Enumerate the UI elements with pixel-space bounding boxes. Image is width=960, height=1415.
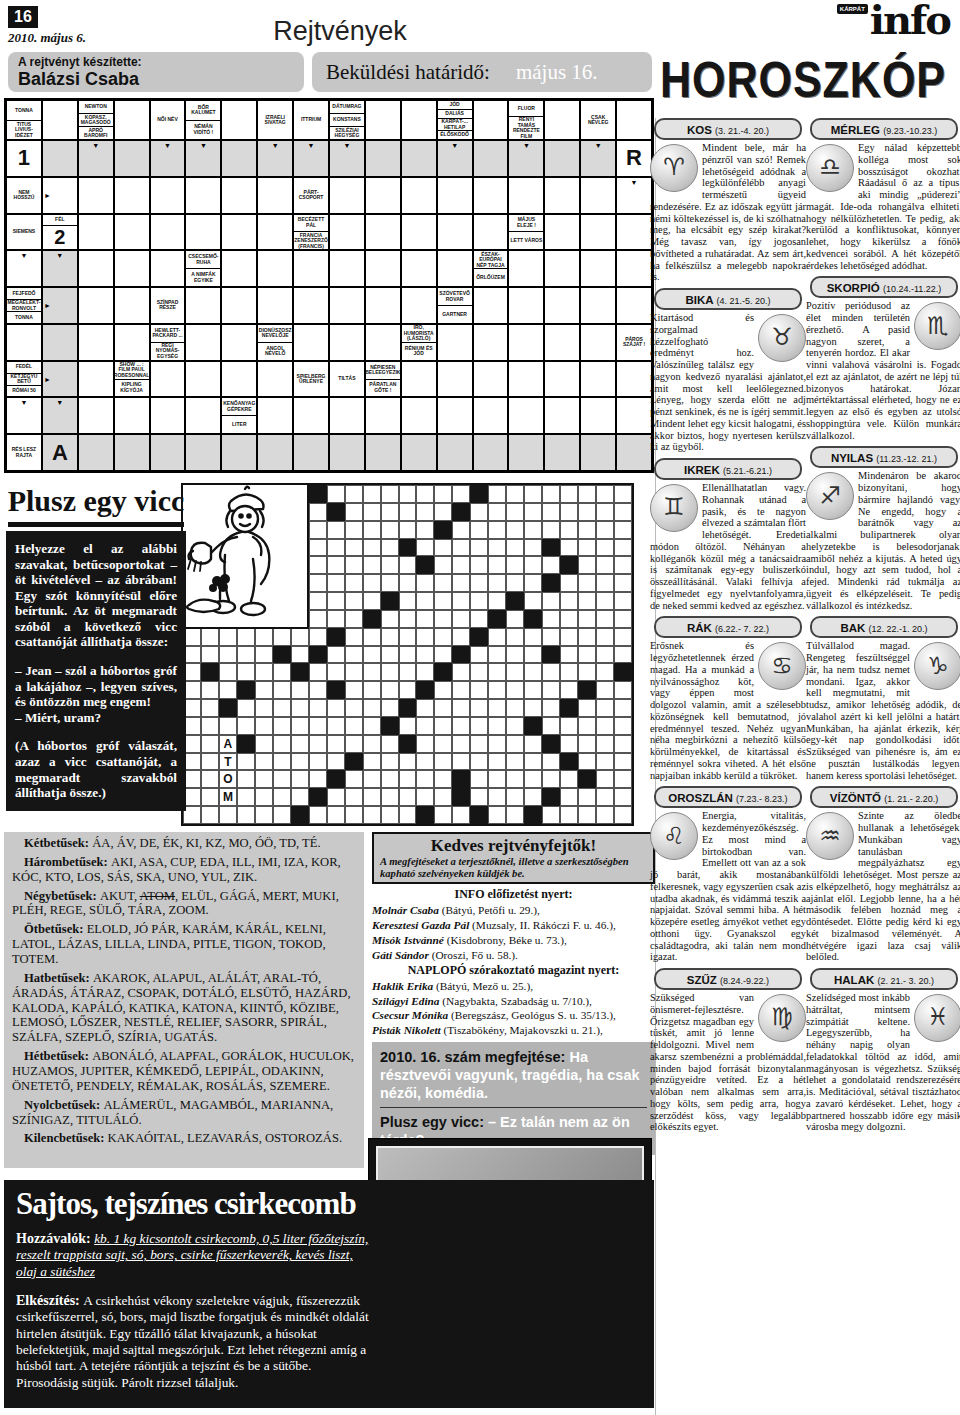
crossword-answer-cell[interactable]	[401, 140, 437, 177]
crossword-answer-cell[interactable]	[78, 324, 114, 361]
fillin-empty-cell[interactable]	[614, 699, 632, 717]
fillin-empty-cell[interactable]	[416, 646, 434, 664]
fillin-empty-cell[interactable]	[560, 628, 578, 646]
fillin-empty-cell[interactable]	[273, 735, 291, 753]
fillin-empty-cell[interactable]	[201, 806, 219, 824]
crossword-answer-cell[interactable]	[257, 434, 293, 471]
fillin-empty-cell[interactable]	[255, 770, 273, 788]
fillin-empty-cell[interactable]	[452, 628, 470, 646]
fillin-empty-cell[interactable]	[291, 717, 309, 735]
fillin-empty-cell[interactable]	[416, 753, 434, 771]
crossword-answer-cell[interactable]	[544, 250, 580, 287]
fillin-empty-cell[interactable]	[327, 699, 345, 717]
fillin-empty-cell[interactable]	[381, 646, 399, 664]
fillin-empty-cell[interactable]	[237, 753, 255, 771]
fillin-empty-cell[interactable]	[327, 574, 345, 592]
crossword-answer-cell[interactable]: ►	[42, 177, 78, 214]
fillin-empty-cell[interactable]	[381, 788, 399, 806]
fillin-empty-cell[interactable]	[524, 539, 542, 557]
fillin-empty-cell[interactable]	[201, 788, 219, 806]
crossword-answer-cell[interactable]	[473, 324, 509, 361]
fillin-empty-cell[interactable]	[542, 592, 560, 610]
fillin-empty-cell[interactable]	[596, 539, 614, 557]
fillin-empty-cell[interactable]	[273, 717, 291, 735]
crossword-answer-cell[interactable]: ▼	[150, 140, 186, 177]
crossword-answer-cell[interactable]	[185, 361, 221, 398]
crossword-answer-cell[interactable]	[473, 397, 509, 434]
crossword-answer-cell[interactable]	[437, 214, 473, 251]
fillin-empty-cell[interactable]	[578, 574, 596, 592]
fillin-empty-cell[interactable]	[560, 503, 578, 521]
fillin-empty-cell[interactable]	[542, 681, 560, 699]
fillin-empty-cell[interactable]	[488, 806, 506, 824]
crossword-answer-cell[interactable]	[580, 434, 616, 471]
fillin-empty-cell[interactable]	[399, 556, 417, 574]
fillin-empty-cell[interactable]	[399, 717, 417, 735]
fillin-empty-cell[interactable]	[506, 574, 524, 592]
crossword-solution-letter-cell[interactable]: R	[616, 140, 652, 177]
fillin-empty-cell[interactable]	[309, 521, 327, 539]
fillin-empty-cell[interactable]	[381, 556, 399, 574]
fillin-empty-cell[interactable]	[524, 699, 542, 717]
crossword-answer-cell[interactable]	[78, 214, 114, 251]
crossword-answer-cell[interactable]	[616, 434, 652, 471]
crossword-answer-cell[interactable]	[221, 214, 257, 251]
fillin-empty-cell[interactable]	[291, 788, 309, 806]
fillin-empty-cell[interactable]	[237, 806, 255, 824]
fillin-empty-cell[interactable]	[506, 628, 524, 646]
fillin-empty-cell[interactable]	[416, 788, 434, 806]
fillin-empty-cell[interactable]	[578, 699, 596, 717]
crossword-answer-cell[interactable]	[329, 397, 365, 434]
crossword-answer-cell[interactable]	[580, 324, 616, 361]
fillin-empty-cell[interactable]	[596, 735, 614, 753]
fillin-empty-cell[interactable]	[470, 574, 488, 592]
crossword-answer-cell[interactable]	[150, 250, 186, 287]
crossword-answer-cell[interactable]	[78, 250, 114, 287]
crossword-answer-cell[interactable]: ►	[42, 361, 78, 398]
fillin-empty-cell[interactable]	[614, 717, 632, 735]
crossword-answer-cell[interactable]	[580, 361, 616, 398]
crossword-answer-cell[interactable]	[221, 140, 257, 177]
fillin-empty-cell[interactable]	[345, 681, 363, 699]
crossword-answer-cell[interactable]: ▼	[6, 397, 42, 434]
crossword-answer-cell[interactable]	[114, 324, 150, 361]
fillin-empty-cell[interactable]	[470, 753, 488, 771]
crossword-answer-cell[interactable]	[580, 214, 616, 251]
fillin-empty-cell[interactable]	[506, 521, 524, 539]
fillin-empty-cell[interactable]	[273, 681, 291, 699]
crossword-answer-cell[interactable]	[544, 140, 580, 177]
fillin-empty-cell[interactable]	[488, 735, 506, 753]
fillin-empty-cell[interactable]	[381, 610, 399, 628]
fillin-empty-cell[interactable]	[345, 556, 363, 574]
fillin-empty-cell[interactable]	[470, 663, 488, 681]
fillin-empty-cell[interactable]	[309, 663, 327, 681]
fillin-empty-cell[interactable]	[363, 699, 381, 717]
fillin-empty-cell[interactable]	[381, 663, 399, 681]
fillin-empty-cell[interactable]	[578, 717, 596, 735]
fillin-empty-cell[interactable]	[416, 610, 434, 628]
fillin-empty-cell[interactable]	[560, 663, 578, 681]
crossword-answer-cell[interactable]	[544, 324, 580, 361]
fillin-empty-cell[interactable]	[524, 485, 542, 503]
fillin-empty-cell[interactable]	[363, 770, 381, 788]
fillin-empty-cell[interactable]	[524, 592, 542, 610]
crossword-answer-cell[interactable]	[114, 140, 150, 177]
fillin-empty-cell[interactable]	[506, 485, 524, 503]
crossword-answer-cell[interactable]	[437, 177, 473, 214]
fillin-empty-cell[interactable]	[327, 592, 345, 610]
fillin-empty-cell[interactable]	[452, 699, 470, 717]
fillin-empty-cell[interactable]	[560, 610, 578, 628]
fillin-empty-cell[interactable]	[452, 663, 470, 681]
fillin-empty-cell[interactable]	[381, 699, 399, 717]
crossword-answer-cell[interactable]	[365, 214, 401, 251]
fillin-empty-cell[interactable]	[345, 770, 363, 788]
fillin-empty-cell[interactable]	[327, 646, 345, 664]
fillin-empty-cell[interactable]	[614, 770, 632, 788]
fillin-empty-cell[interactable]	[309, 735, 327, 753]
fillin-empty-cell[interactable]	[524, 681, 542, 699]
fillin-empty-cell[interactable]	[488, 681, 506, 699]
fillin-empty-cell[interactable]	[578, 539, 596, 557]
crossword-answer-cell[interactable]	[257, 287, 293, 324]
fillin-empty-cell[interactable]	[363, 574, 381, 592]
crossword-answer-cell[interactable]	[401, 214, 437, 251]
fillin-empty-cell[interactable]	[327, 788, 345, 806]
crossword-answer-cell[interactable]	[473, 100, 509, 140]
crossword-answer-cell[interactable]	[42, 140, 78, 177]
fillin-empty-cell[interactable]	[596, 770, 614, 788]
fillin-empty-cell[interactable]	[506, 610, 524, 628]
crossword-answer-cell[interactable]	[616, 250, 652, 287]
fillin-empty-cell[interactable]	[524, 753, 542, 771]
fillin-empty-cell[interactable]	[416, 628, 434, 646]
fillin-empty-cell[interactable]	[399, 753, 417, 771]
fillin-empty-cell[interactable]	[452, 592, 470, 610]
fillin-empty-cell[interactable]	[399, 485, 417, 503]
fillin-empty-cell[interactable]	[237, 699, 255, 717]
fillin-empty-cell[interactable]	[327, 717, 345, 735]
fillin-empty-cell[interactable]	[578, 628, 596, 646]
crossword-answer-cell[interactable]	[257, 250, 293, 287]
fillin-empty-cell[interactable]	[488, 628, 506, 646]
crossword-answer-cell[interactable]	[78, 361, 114, 398]
crossword-answer-cell[interactable]	[473, 140, 509, 177]
fillin-empty-cell[interactable]	[273, 699, 291, 717]
fillin-empty-cell[interactable]	[345, 646, 363, 664]
fillin-empty-cell[interactable]	[596, 610, 614, 628]
crossword-answer-cell[interactable]	[473, 177, 509, 214]
fillin-empty-cell[interactable]	[506, 770, 524, 788]
fillin-empty-cell[interactable]	[237, 788, 255, 806]
fillin-empty-cell[interactable]	[596, 717, 614, 735]
fillin-empty-cell[interactable]	[381, 735, 399, 753]
crossword-answer-cell[interactable]	[365, 177, 401, 214]
fillin-empty-cell[interactable]	[578, 753, 596, 771]
fillin-empty-cell[interactable]	[488, 592, 506, 610]
fillin-empty-cell[interactable]	[345, 735, 363, 753]
fillin-empty-cell[interactable]	[255, 681, 273, 699]
fillin-empty-cell[interactable]	[596, 592, 614, 610]
fillin-empty-cell[interactable]	[255, 646, 273, 664]
fillin-empty-cell[interactable]	[524, 646, 542, 664]
fillin-empty-cell[interactable]	[488, 646, 506, 664]
crossword-answer-cell[interactable]	[473, 434, 509, 471]
fillin-empty-cell[interactable]	[614, 610, 632, 628]
crossword-answer-cell[interactable]	[221, 250, 257, 287]
crossword-answer-cell[interactable]	[473, 361, 509, 398]
crossword-answer-cell[interactable]	[508, 287, 544, 324]
fillin-empty-cell[interactable]	[399, 663, 417, 681]
fillin-empty-cell[interactable]	[452, 735, 470, 753]
fillin-empty-cell[interactable]	[381, 753, 399, 771]
fillin-empty-cell[interactable]	[399, 503, 417, 521]
fillin-empty-cell[interactable]	[524, 521, 542, 539]
fillin-empty-cell[interactable]	[578, 735, 596, 753]
fillin-empty-cell[interactable]	[309, 699, 327, 717]
fillin-empty-cell[interactable]	[524, 556, 542, 574]
crossword-answer-cell[interactable]	[544, 177, 580, 214]
crossword-answer-cell[interactable]	[185, 214, 221, 251]
fillin-empty-cell[interactable]	[470, 556, 488, 574]
fillin-empty-cell[interactable]	[488, 503, 506, 521]
crossword-answer-cell[interactable]	[293, 250, 329, 287]
crossword-answer-cell[interactable]	[257, 214, 293, 251]
fillin-empty-cell[interactable]	[434, 539, 452, 557]
fillin-empty-cell[interactable]	[416, 717, 434, 735]
fillin-empty-cell[interactable]	[560, 485, 578, 503]
crossword-answer-cell[interactable]: ▼	[78, 140, 114, 177]
crossword-answer-cell[interactable]	[185, 177, 221, 214]
crossword-answer-cell[interactable]	[365, 397, 401, 434]
crossword-answer-cell[interactable]	[580, 177, 616, 214]
crossword-answer-cell[interactable]	[293, 324, 329, 361]
crossword-answer-cell[interactable]	[293, 397, 329, 434]
fillin-empty-cell[interactable]	[506, 646, 524, 664]
crossword-answer-cell[interactable]	[150, 361, 186, 398]
fillin-empty-cell[interactable]	[488, 521, 506, 539]
fillin-empty-cell[interactable]	[578, 646, 596, 664]
crossword-answer-cell[interactable]	[42, 324, 78, 361]
fillin-empty-cell[interactable]	[363, 592, 381, 610]
fillin-empty-cell[interactable]	[434, 806, 452, 824]
crossword-answer-cell[interactable]	[401, 434, 437, 471]
crossword-answer-cell[interactable]	[401, 177, 437, 214]
fillin-empty-cell[interactable]	[363, 556, 381, 574]
fillin-empty-cell[interactable]	[470, 610, 488, 628]
crossword-answer-cell[interactable]	[437, 361, 473, 398]
fillin-empty-cell[interactable]	[399, 521, 417, 539]
fillin-empty-cell[interactable]	[506, 788, 524, 806]
crossword-answer-cell[interactable]	[365, 287, 401, 324]
fillin-empty-cell[interactable]	[488, 556, 506, 574]
fillin-empty-cell[interactable]	[363, 717, 381, 735]
fillin-empty-cell[interactable]	[363, 735, 381, 753]
fillin-empty-cell[interactable]	[434, 646, 452, 664]
fillin-empty-cell[interactable]	[201, 717, 219, 735]
fillin-empty-cell[interactable]	[255, 735, 273, 753]
fillin-empty-cell[interactable]	[309, 717, 327, 735]
fillin-empty-cell[interactable]	[345, 663, 363, 681]
fillin-empty-cell[interactable]	[452, 521, 470, 539]
fillin-empty-cell[interactable]	[470, 681, 488, 699]
fillin-empty-cell[interactable]	[327, 521, 345, 539]
fillin-empty-cell[interactable]	[201, 681, 219, 699]
fillin-empty-cell[interactable]	[416, 485, 434, 503]
fillin-empty-cell[interactable]	[596, 699, 614, 717]
crossword-answer-cell[interactable]	[42, 100, 78, 140]
fillin-empty-cell[interactable]	[219, 663, 237, 681]
fillin-empty-cell[interactable]	[345, 717, 363, 735]
fillin-empty-cell[interactable]	[614, 753, 632, 771]
crossword-answer-cell[interactable]	[365, 100, 401, 140]
fillin-empty-cell[interactable]	[434, 681, 452, 699]
crossword-answer-cell[interactable]	[329, 250, 365, 287]
fillin-empty-cell[interactable]	[309, 556, 327, 574]
fillin-empty-cell[interactable]	[506, 503, 524, 521]
fillin-empty-cell[interactable]	[614, 485, 632, 503]
fillin-empty-cell[interactable]	[434, 592, 452, 610]
fillin-empty-cell[interactable]	[399, 788, 417, 806]
fillin-empty-cell[interactable]	[327, 485, 345, 503]
fillin-empty-cell[interactable]	[452, 806, 470, 824]
crossword-answer-cell[interactable]	[508, 397, 544, 434]
fillin-empty-cell[interactable]	[237, 717, 255, 735]
fillin-empty-cell[interactable]	[363, 485, 381, 503]
crossword-answer-cell[interactable]	[437, 250, 473, 287]
crossword-answer-cell[interactable]	[329, 177, 365, 214]
crossword-answer-cell[interactable]	[437, 434, 473, 471]
fillin-empty-cell[interactable]	[345, 503, 363, 521]
fillin-empty-cell[interactable]	[596, 521, 614, 539]
fillin-empty-cell[interactable]	[506, 539, 524, 557]
crossword-answer-cell[interactable]: ▼	[437, 140, 473, 177]
fillin-empty-cell[interactable]	[488, 788, 506, 806]
fillin-empty-cell[interactable]	[273, 770, 291, 788]
fillin-empty-cell[interactable]	[416, 735, 434, 753]
fillin-empty-cell[interactable]	[416, 699, 434, 717]
crossword-solution-letter-cell[interactable]: 1	[6, 140, 42, 177]
fillin-empty-cell[interactable]	[542, 770, 560, 788]
crossword-answer-cell[interactable]	[401, 361, 437, 398]
fillin-empty-cell[interactable]	[506, 663, 524, 681]
fillin-empty-cell[interactable]	[578, 663, 596, 681]
crossword-answer-cell[interactable]	[257, 397, 293, 434]
crossword-answer-cell[interactable]	[150, 397, 186, 434]
crossword-answer-cell[interactable]	[221, 177, 257, 214]
crossword-answer-cell[interactable]	[6, 324, 42, 361]
fillin-empty-cell[interactable]	[596, 485, 614, 503]
fillin-letter-cell[interactable]: A	[219, 735, 237, 753]
crossword-answer-cell[interactable]	[257, 361, 293, 398]
fillin-empty-cell[interactable]	[542, 521, 560, 539]
crossword-answer-cell[interactable]	[365, 324, 401, 361]
fillin-empty-cell[interactable]	[488, 539, 506, 557]
fillin-empty-cell[interactable]	[470, 788, 488, 806]
fillin-empty-cell[interactable]	[237, 770, 255, 788]
fillin-empty-cell[interactable]	[524, 574, 542, 592]
fillin-empty-cell[interactable]	[399, 574, 417, 592]
fillin-empty-cell[interactable]	[614, 521, 632, 539]
crossword-answer-cell[interactable]	[293, 287, 329, 324]
fillin-empty-cell[interactable]	[488, 485, 506, 503]
crossword-answer-cell[interactable]: ▼	[257, 140, 293, 177]
fillin-empty-cell[interactable]	[363, 663, 381, 681]
crossword-answer-cell[interactable]	[114, 397, 150, 434]
fillin-empty-cell[interactable]	[416, 521, 434, 539]
fillin-empty-cell[interactable]	[614, 539, 632, 557]
crossword-answer-cell[interactable]	[114, 287, 150, 324]
crossword-answer-cell[interactable]	[365, 140, 401, 177]
crossword-answer-cell[interactable]	[78, 434, 114, 471]
fillin-empty-cell[interactable]	[542, 503, 560, 521]
fillin-empty-cell[interactable]	[273, 806, 291, 824]
fillin-empty-cell[interactable]	[201, 646, 219, 664]
fillin-empty-cell[interactable]	[291, 753, 309, 771]
fillin-empty-cell[interactable]	[614, 806, 632, 824]
fillin-letter-cell[interactable]: T	[219, 753, 237, 771]
fillin-empty-cell[interactable]	[488, 717, 506, 735]
fillin-empty-cell[interactable]	[291, 699, 309, 717]
crossword-answer-cell[interactable]	[150, 177, 186, 214]
fillin-empty-cell[interactable]	[614, 556, 632, 574]
crossword-answer-cell[interactable]: ▼	[616, 177, 652, 214]
fillin-empty-cell[interactable]	[506, 699, 524, 717]
fillin-empty-cell[interactable]	[309, 628, 327, 646]
fillin-empty-cell[interactable]	[201, 735, 219, 753]
crossword-answer-cell[interactable]	[544, 361, 580, 398]
fillin-empty-cell[interactable]	[255, 806, 273, 824]
fillin-empty-cell[interactable]	[201, 699, 219, 717]
fillin-empty-cell[interactable]	[524, 788, 542, 806]
fillin-empty-cell[interactable]	[542, 556, 560, 574]
fillin-empty-cell[interactable]	[452, 556, 470, 574]
fillin-empty-cell[interactable]	[399, 806, 417, 824]
fillin-empty-cell[interactable]	[596, 646, 614, 664]
fillin-empty-cell[interactable]	[560, 646, 578, 664]
crossword-answer-cell[interactable]: ▼	[42, 250, 78, 287]
fillin-empty-cell[interactable]	[434, 770, 452, 788]
fillin-empty-cell[interactable]	[614, 646, 632, 664]
crossword-answer-cell[interactable]: ▼	[42, 397, 78, 434]
crossword-answer-cell[interactable]	[437, 397, 473, 434]
crossword-answer-cell[interactable]	[508, 250, 544, 287]
fillin-empty-cell[interactable]	[434, 610, 452, 628]
fillin-empty-cell[interactable]	[327, 539, 345, 557]
crossword-answer-cell[interactable]	[78, 287, 114, 324]
crossword-answer-cell[interactable]	[401, 250, 437, 287]
fillin-empty-cell[interactable]	[273, 663, 291, 681]
fillin-empty-cell[interactable]	[578, 521, 596, 539]
fillin-empty-cell[interactable]	[506, 681, 524, 699]
crossword-answer-cell[interactable]	[616, 397, 652, 434]
fillin-empty-cell[interactable]	[363, 646, 381, 664]
fillin-empty-cell[interactable]	[434, 574, 452, 592]
fillin-empty-cell[interactable]	[345, 628, 363, 646]
fillin-empty-cell[interactable]	[560, 717, 578, 735]
crossword-answer-cell[interactable]	[257, 177, 293, 214]
fillin-empty-cell[interactable]	[381, 574, 399, 592]
fillin-empty-cell[interactable]	[399, 681, 417, 699]
crossword-answer-cell[interactable]	[221, 324, 257, 361]
fillin-letter-cell[interactable]: M	[219, 788, 237, 806]
fillin-empty-cell[interactable]	[381, 806, 399, 824]
crossword-answer-cell[interactable]	[616, 100, 652, 140]
crossword-answer-cell[interactable]	[185, 287, 221, 324]
crossword-answer-cell[interactable]	[329, 214, 365, 251]
